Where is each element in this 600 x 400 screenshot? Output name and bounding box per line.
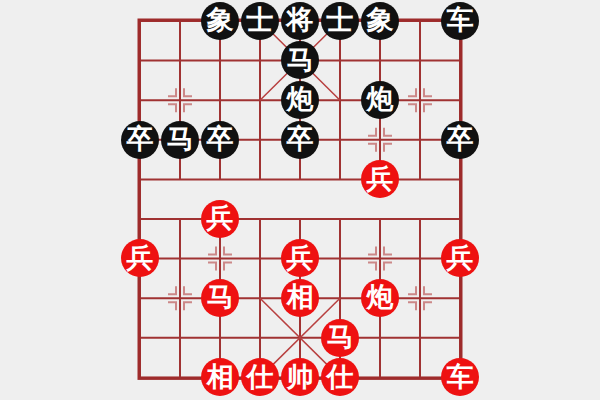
- piece-black-cannon[interactable]: 炮: [281, 81, 319, 119]
- piece-red-advisor[interactable]: 仕: [241, 358, 279, 396]
- piece-red-chariot[interactable]: 车: [441, 358, 479, 396]
- piece-red-general[interactable]: 帅: [281, 358, 319, 396]
- piece-black-soldier[interactable]: 卒: [441, 121, 479, 159]
- piece-red-horse[interactable]: 马: [201, 279, 239, 317]
- board-container: 象士将士象车马炮炮卒马卒卒卒兵兵兵兵兵马相炮马相仕帅仕车: [0, 0, 600, 400]
- piece-red-soldier[interactable]: 兵: [201, 200, 239, 238]
- piece-red-advisor[interactable]: 仕: [321, 358, 359, 396]
- piece-black-elephant[interactable]: 象: [361, 2, 399, 40]
- piece-red-soldier[interactable]: 兵: [121, 239, 159, 277]
- piece-red-horse[interactable]: 马: [321, 319, 359, 357]
- piece-black-advisor[interactable]: 士: [321, 2, 359, 40]
- piece-grid: 象士将士象车马炮炮卒马卒卒卒兵兵兵兵兵马相炮马相仕帅仕车: [120, 1, 480, 397]
- piece-red-soldier[interactable]: 兵: [441, 239, 479, 277]
- piece-red-soldier[interactable]: 兵: [281, 239, 319, 277]
- piece-red-cannon[interactable]: 炮: [361, 279, 399, 317]
- piece-black-soldier[interactable]: 卒: [281, 121, 319, 159]
- piece-black-elephant[interactable]: 象: [201, 2, 239, 40]
- piece-black-soldier[interactable]: 卒: [201, 121, 239, 159]
- piece-black-chariot[interactable]: 车: [441, 2, 479, 40]
- piece-red-elephant[interactable]: 相: [201, 358, 239, 396]
- piece-black-cannon[interactable]: 炮: [361, 81, 399, 119]
- piece-black-advisor[interactable]: 士: [241, 2, 279, 40]
- piece-red-soldier[interactable]: 兵: [361, 160, 399, 198]
- piece-red-elephant[interactable]: 相: [281, 279, 319, 317]
- piece-black-soldier[interactable]: 卒: [121, 121, 159, 159]
- piece-black-horse[interactable]: 马: [281, 41, 319, 79]
- piece-black-horse[interactable]: 马: [161, 121, 199, 159]
- piece-black-general[interactable]: 将: [281, 2, 319, 40]
